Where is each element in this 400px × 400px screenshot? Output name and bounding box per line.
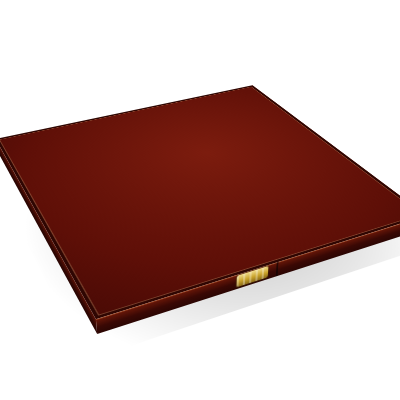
photo-canvas (0, 0, 400, 400)
